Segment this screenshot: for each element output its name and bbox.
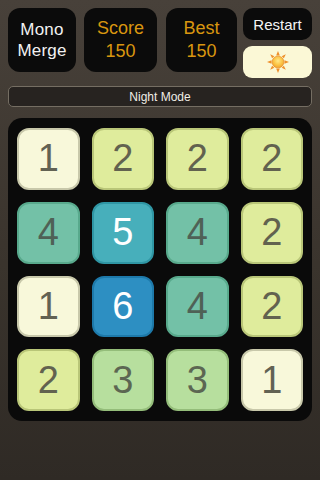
- tile-2: 2: [166, 128, 229, 190]
- tile-1: 1: [17, 128, 80, 190]
- tile-3: 3: [92, 349, 155, 411]
- restart-button[interactable]: Restart: [243, 8, 312, 40]
- night-mode-label: Night Mode: [129, 90, 190, 104]
- app-title-line2: Merge: [17, 40, 66, 61]
- tile-4: 4: [166, 202, 229, 264]
- restart-button-label: Restart: [253, 16, 301, 33]
- score-panel: Score 150: [84, 8, 157, 72]
- best-value: 150: [186, 40, 216, 63]
- tile-2: 2: [17, 349, 80, 411]
- tile-5: 5: [92, 202, 155, 264]
- tile-2: 2: [241, 202, 304, 264]
- tile-4: 4: [17, 202, 80, 264]
- tile-2: 2: [241, 128, 304, 190]
- tile-1: 1: [17, 276, 80, 338]
- tile-3: 3: [166, 349, 229, 411]
- score-value: 150: [105, 40, 135, 63]
- theme-toggle-button[interactable]: [243, 46, 312, 78]
- app-title: Mono Merge: [8, 8, 76, 72]
- night-mode-toggle[interactable]: Night Mode: [8, 86, 312, 107]
- board[interactable]: 1222454216422331: [8, 118, 312, 421]
- sun-icon: [267, 51, 289, 73]
- app-title-line1: Mono: [20, 19, 63, 40]
- tile-2: 2: [241, 276, 304, 338]
- tile-2: 2: [92, 128, 155, 190]
- score-label: Score: [97, 17, 144, 40]
- tile-4: 4: [166, 276, 229, 338]
- tile-6: 6: [92, 276, 155, 338]
- tile-1: 1: [241, 349, 304, 411]
- best-panel: Best 150: [166, 8, 237, 72]
- best-label: Best: [183, 17, 219, 40]
